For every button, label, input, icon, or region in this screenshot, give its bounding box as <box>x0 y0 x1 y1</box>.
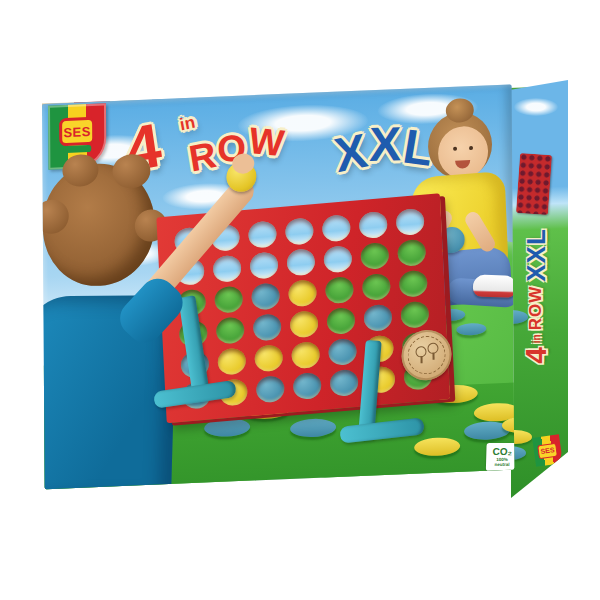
title-letter: X <box>369 116 405 172</box>
boy-hair-curl <box>112 154 150 190</box>
empty-hole <box>396 207 425 235</box>
board-cell-r5c3 <box>249 341 288 375</box>
yellow-disc <box>254 344 283 372</box>
empty-hole <box>399 269 428 297</box>
board-cell-r4c4 <box>285 307 324 341</box>
board-cell-r6c3 <box>251 372 290 406</box>
co2-sub-label-2: neutral <box>494 462 509 467</box>
side-title-xxl: XXL <box>521 228 552 282</box>
empty-hole <box>360 241 389 269</box>
product-photo: 4 in ROW XXL SES SES 4 in ROW XXL <box>0 0 600 600</box>
empty-hole <box>249 251 278 279</box>
empty-hole <box>286 248 315 276</box>
ses-logo-banner <box>63 145 91 153</box>
board-cell-r1c5 <box>317 211 356 245</box>
girl-face <box>438 125 488 179</box>
side-title-row: ROW <box>526 286 546 331</box>
board-cell-r2c7 <box>393 235 432 269</box>
empty-hole <box>214 285 243 313</box>
ses-logo-side-text: SES <box>537 442 558 459</box>
empty-hole <box>401 300 430 328</box>
blue-disc <box>328 337 357 365</box>
yellow-disc <box>289 310 318 338</box>
blue-disc <box>252 313 281 341</box>
box-side-panel: 4 in ROW XXL SES <box>508 78 568 500</box>
board-cell-r4c3 <box>248 310 287 344</box>
empty-hole <box>323 244 352 272</box>
blue-disc <box>330 368 359 396</box>
board-cell-r5c4 <box>286 338 325 372</box>
side-panel-title: 4 in ROW XXL <box>508 196 564 396</box>
yellow-disc <box>217 347 246 375</box>
cloud <box>514 98 558 116</box>
board-cell-r4c5 <box>322 303 361 337</box>
board-cell-r1c6 <box>354 208 393 242</box>
board-cell-r2c2 <box>207 251 246 285</box>
tree-icon-trunk <box>433 353 435 360</box>
board-cell-r2c4 <box>282 245 321 279</box>
girl-sneaker <box>472 275 514 298</box>
board-cell-r1c4 <box>280 214 319 248</box>
side-title-in: in <box>531 334 542 343</box>
board-cell-r5c2 <box>212 344 251 378</box>
empty-hole <box>285 217 314 245</box>
title-xxl: XXL <box>334 118 437 177</box>
empty-hole <box>325 275 354 303</box>
empty-hole <box>248 220 277 248</box>
title-letter: X <box>331 122 374 183</box>
board-cell-r6c5 <box>325 365 364 399</box>
empty-hole <box>212 254 241 282</box>
empty-hole <box>215 316 244 344</box>
blue-disc <box>251 282 280 310</box>
blue-disc <box>255 375 284 403</box>
blue-disc <box>293 371 322 399</box>
board-cell-r3c2 <box>209 282 248 316</box>
board-cell-r2c6 <box>356 238 395 272</box>
empty-hole <box>322 214 351 242</box>
board-cell-r3c6 <box>357 269 396 303</box>
eco-badge-ring <box>407 335 445 375</box>
ses-logo-side: SES <box>532 434 563 466</box>
board-cell-r2c3 <box>245 248 284 282</box>
tree-icon-trunk <box>421 356 423 363</box>
board-cell-r2c5 <box>319 242 358 276</box>
empty-hole <box>359 210 388 238</box>
board-cell-r3c3 <box>246 279 285 313</box>
board-cell-r3c5 <box>320 273 359 307</box>
board-cell-r5c5 <box>323 334 362 368</box>
board-cell-r4c7 <box>396 297 435 331</box>
board-cell-r1c3 <box>243 217 282 251</box>
board-cell-r3c7 <box>394 266 433 300</box>
empty-hole <box>326 306 355 334</box>
board-cell-r1c7 <box>391 204 430 238</box>
empty-hole <box>362 272 391 300</box>
yellow-disc <box>291 340 320 368</box>
board-cell-r4c2 <box>211 313 250 347</box>
ses-logo-text: SES <box>59 117 95 147</box>
co2-neutral-badge: CO₂ 100% neutral <box>486 443 514 471</box>
board-cell-r4c6 <box>359 300 398 334</box>
yellow-disc <box>288 279 317 307</box>
box-front-panel: SES 4 in ROW XXL <box>42 84 514 489</box>
empty-hole <box>397 238 426 266</box>
side-title-4: 4 <box>519 347 553 364</box>
blue-disc <box>364 303 393 331</box>
co2-label: CO₂ <box>492 447 512 457</box>
board-cell-r6c4 <box>288 369 327 403</box>
board-cell-r3c4 <box>283 276 322 310</box>
